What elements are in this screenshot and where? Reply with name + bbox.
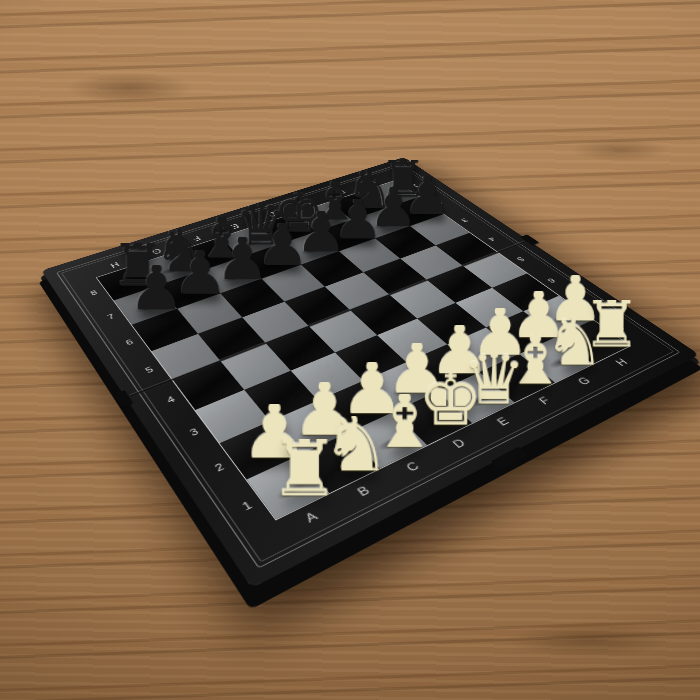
- squares-grid: ♜♞♝♛♚♝♞♜♟♟♟♟♟♟♟♟♟♟♟♟♟♟♟♟♜♞♝♚♛♝♞♜: [97, 181, 630, 519]
- piece-shadow: [543, 309, 581, 329]
- piece-shadow: [401, 206, 434, 220]
- piece-shadow: [337, 397, 381, 423]
- piece-shadow: [154, 261, 191, 278]
- chess-board: ABCDEFGH ABCDEFGH 87654321 87654321 ♜♞♝♛…: [41, 157, 699, 588]
- piece-shadow: [368, 430, 414, 458]
- hinge-left: [114, 390, 133, 407]
- clasp-tab: [491, 447, 528, 470]
- piece-shadow: [426, 359, 467, 382]
- piece-shadow: [506, 325, 545, 346]
- board-inner-frame: ABCDEFGH ABCDEFGH 87654321 87654321 ♜♞♝♛…: [66, 167, 668, 556]
- piece-shadow: [578, 334, 617, 355]
- piece-shadow: [289, 418, 334, 445]
- piece-shadow: [467, 342, 507, 364]
- square-e5: [325, 272, 390, 310]
- piece-shadow: [128, 298, 167, 317]
- piece-shadow: [459, 388, 502, 413]
- piece-shadow: [540, 351, 580, 373]
- wood-table: { "scene": { "description": "Folding mag…: [0, 0, 700, 700]
- piece-shadow: [383, 378, 425, 402]
- piece-shadow: [367, 218, 400, 233]
- piece-shadow: [319, 452, 366, 481]
- piece-shadow: [415, 408, 459, 434]
- piece-shadow: [501, 369, 542, 393]
- piece-shadow: [172, 283, 210, 301]
- piece-shadow: [255, 255, 291, 272]
- hinge-right: [520, 234, 539, 245]
